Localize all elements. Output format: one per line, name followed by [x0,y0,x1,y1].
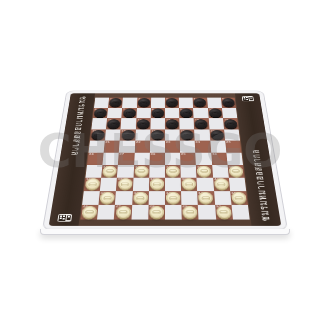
black-man[interactable]: ⛂ [210,130,224,140]
square-light [82,191,100,205]
black-man[interactable]: ⛂ [121,130,135,140]
square-light [151,98,165,108]
square-2[interactable]: 2⛂ [137,98,151,108]
square-light [121,118,136,129]
white-man[interactable]: ⛀ [115,206,130,218]
product-photo-scene: ชมรมหมากฮอสสากล 1⛂2⛂3⛂4⛂5⛂6⛂7⛂8⛂9⛂10⛂11⛂… [0,0,320,320]
square-number: 23 [166,141,170,143]
black-man[interactable]: ⛂ [194,98,207,107]
square-light [131,205,148,220]
black-man[interactable]: ⛂ [180,108,193,117]
square-light [196,153,212,165]
square-13[interactable]: 13⛂ [165,118,180,129]
square-light [179,118,194,129]
square-49[interactable]: 49⛀ [182,205,199,220]
square-light [165,178,181,191]
square-33[interactable]: 33⛀ [165,165,181,178]
draughts-board: ชมรมหมากฮอสสากล 1⛂2⛂3⛂4⛂5⛂6⛂7⛂8⛂9⛂10⛂11⛂… [42,91,288,230]
white-man[interactable]: ⛀ [183,206,198,218]
black-man[interactable]: ⛂ [94,108,107,117]
square-number: 28 [151,153,156,155]
black-man[interactable]: ⛂ [123,108,136,117]
club-logo-icon [57,214,72,222]
white-man[interactable]: ⛀ [100,192,115,204]
white-man[interactable]: ⛀ [103,166,118,177]
square-light [119,141,135,153]
square-light [122,98,137,108]
square-light [107,108,122,119]
white-man[interactable]: ⛀ [216,206,232,218]
board-grid: 1⛂2⛂3⛂4⛂5⛂6⛂7⛂8⛂9⛂10⛂11⛂12⛂13⛂14⛂15⛂16⛂1… [80,98,249,220]
square-48[interactable]: 48⛀ [148,205,165,220]
square-45[interactable]: 45⛀ [230,191,248,205]
square-6[interactable]: 6⛂ [93,108,108,119]
square-number: 27 [120,153,125,155]
square-35[interactable]: 35⛀ [227,165,244,178]
square-light [180,141,196,153]
banner-left-text: ชมรมหมากฮอสสากล [69,96,87,156]
black-man[interactable]: ⛂ [151,130,164,140]
square-light [165,129,180,140]
square-number: 26 [89,153,94,155]
square-light [198,205,216,220]
square-number: 21 [106,141,111,143]
black-man[interactable]: ⛂ [224,119,238,128]
square-26[interactable]: 26 [87,153,104,165]
square-18[interactable]: 18⛂ [150,129,165,140]
white-man[interactable]: ⛀ [197,166,211,177]
square-29[interactable]: 29 [180,153,196,165]
square-light [115,191,132,205]
square-number: 24 [196,141,201,143]
square-32[interactable]: 32⛀ [133,165,149,178]
white-man[interactable]: ⛀ [133,192,148,204]
square-light [181,165,197,178]
square-light [134,153,150,165]
square-4[interactable]: 4⛂ [193,98,208,108]
square-16[interactable]: 16⛂ [90,129,106,140]
square-10[interactable]: 10⛂ [208,108,223,119]
square-9[interactable]: 9⛂ [179,108,194,119]
square-41[interactable]: 41⛀ [99,191,117,205]
square-light [194,129,210,140]
square-light [150,118,165,129]
square-number: 29 [181,153,186,155]
square-light [165,153,181,165]
square-39[interactable]: 39⛀ [181,178,198,191]
square-light [148,191,165,205]
square-light [103,153,119,165]
square-light [210,141,226,153]
square-light [179,98,193,108]
square-light [135,129,150,140]
square-40[interactable]: 40⛀ [213,178,230,191]
square-number: 22 [136,141,141,143]
square-27[interactable]: 27 [118,153,134,165]
square-7[interactable]: 7⛂ [122,108,137,119]
square-light [231,205,249,220]
white-man[interactable]: ⛀ [150,179,164,190]
black-man[interactable]: ⛂ [181,130,194,140]
square-21[interactable]: 21 [104,141,120,153]
black-man[interactable]: ⛂ [222,98,235,107]
white-man[interactable]: ⛀ [182,179,196,190]
black-man[interactable]: ⛂ [209,108,222,117]
square-light [89,141,105,153]
board-frame: ชมรมหมากฮอสสากล 1⛂2⛂3⛂4⛂5⛂6⛂7⛂8⛂9⛂10⛂11⛂… [42,91,288,230]
square-number: 30 [212,153,217,155]
square-light [85,165,102,178]
square-5[interactable]: 5⛂ [221,98,236,108]
white-man[interactable]: ⛀ [134,166,148,177]
square-light [222,108,237,119]
square-light [212,165,229,178]
black-man[interactable]: ⛂ [195,119,208,128]
square-22[interactable]: 22 [134,141,150,153]
square-14[interactable]: 14⛂ [194,118,209,129]
black-man[interactable]: ⛂ [137,119,150,128]
square-42[interactable]: 42⛀ [132,191,149,205]
square-light [149,165,165,178]
square-30[interactable]: 30 [211,153,227,165]
square-44[interactable]: 44⛀ [197,191,214,205]
square-light [150,141,165,153]
white-man[interactable]: ⛀ [166,192,180,204]
square-light [165,205,182,220]
black-man[interactable]: ⛂ [109,98,122,107]
white-man[interactable]: ⛀ [149,206,164,218]
white-man[interactable]: ⛀ [231,192,247,204]
square-light [133,178,150,191]
square-1[interactable]: 1⛂ [108,98,123,108]
square-light [91,118,107,129]
square-11[interactable]: 11⛂ [106,118,122,129]
club-logo-icon [242,96,254,101]
square-light [207,98,222,108]
square-36[interactable]: 36⛀ [84,178,102,191]
square-20[interactable]: 20⛂ [209,129,225,140]
square-38[interactable]: 38⛀ [149,178,165,191]
banner-right-text: ชมรมหมากฮอสสากล [250,150,271,222]
square-light [181,191,198,205]
square-15[interactable]: 15⛂ [223,118,239,129]
black-man[interactable]: ⛂ [138,98,151,107]
white-man[interactable]: ⛀ [166,166,180,177]
square-23[interactable]: 23 [165,141,180,153]
white-man[interactable]: ⛀ [117,179,132,190]
square-light [100,178,117,191]
square-31[interactable]: 31⛀ [101,165,118,178]
black-man[interactable]: ⛂ [107,119,121,128]
square-light [193,108,208,119]
square-light [208,118,224,129]
black-man[interactable]: ⛂ [91,130,105,140]
square-19[interactable]: 19⛂ [180,129,195,140]
white-man[interactable]: ⛀ [199,192,214,204]
square-light [136,108,151,119]
square-light [94,98,109,108]
square-light [197,178,214,191]
square-24[interactable]: 24 [195,141,211,153]
square-light [214,191,232,205]
square-light [224,129,240,140]
white-man[interactable]: ⛀ [214,179,229,190]
square-light [97,205,115,220]
square-28[interactable]: 28 [149,153,165,165]
square-3[interactable]: 3⛂ [165,98,179,108]
square-50[interactable]: 50⛀ [215,205,233,220]
black-man[interactable]: ⛂ [166,98,178,107]
square-17[interactable]: 17⛂ [120,129,136,140]
square-light [117,165,134,178]
square-47[interactable]: 47⛀ [114,205,132,220]
black-man[interactable]: ⛂ [166,119,179,128]
square-light [165,108,179,119]
square-light [226,153,243,165]
board-front-edge [40,229,290,235]
square-37[interactable]: 37⛀ [116,178,133,191]
square-25[interactable]: 25 [225,141,241,153]
square-12[interactable]: 12⛂ [136,118,151,129]
white-man[interactable]: ⛀ [85,179,100,190]
board-margin: 1⛂2⛂3⛂4⛂5⛂6⛂7⛂8⛂9⛂10⛂11⛂12⛂13⛂14⛂15⛂16⛂1… [79,93,252,225]
white-man[interactable]: ⛀ [228,166,243,177]
square-light [105,129,121,140]
black-man[interactable]: ⛂ [151,108,164,117]
square-34[interactable]: 34⛀ [196,165,213,178]
square-8[interactable]: 8⛂ [151,108,165,119]
white-man[interactable]: ⛀ [82,206,98,218]
square-46[interactable]: 46⛀ [80,205,98,220]
square-43[interactable]: 43⛀ [165,191,182,205]
square-light [229,178,247,191]
square-number: 25 [226,141,231,143]
